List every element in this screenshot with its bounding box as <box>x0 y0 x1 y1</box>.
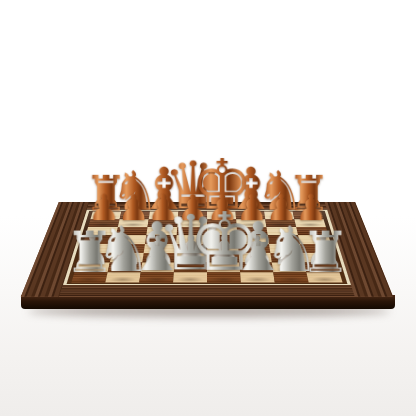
silver-rook-h1[interactable]: ♜ <box>300 226 351 280</box>
silver-rook-a1[interactable]: ♜ <box>64 226 115 280</box>
chess-board-grid: ♜♞♝♛♚♝♞♜♟♟♟♟♟♟♟♟♟♟♟♟♟♟♟♟♜♞♝♛♚♝♞♜ <box>71 212 342 283</box>
silver-king-e1[interactable]: ♚ <box>188 203 260 279</box>
board-side-face <box>21 295 395 309</box>
board-frame: ♜♞♝♛♚♝♞♜♟♟♟♟♟♟♟♟♟♟♟♟♟♟♟♟♜♞♝♛♚♝♞♜ <box>21 202 393 297</box>
playing-area: ♜♞♝♛♚♝♞♜♟♟♟♟♟♟♟♟♟♟♟♟♟♟♟♟♜♞♝♛♚♝♞♜ <box>63 210 351 285</box>
square-e1[interactable]: ♚ <box>207 272 241 282</box>
square-a1[interactable]: ♜ <box>71 272 107 282</box>
chess-set-photo: ♜♞♝♛♚♝♞♜♟♟♟♟♟♟♟♟♟♟♟♟♟♟♟♟♜♞♝♛♚♝♞♜ <box>0 0 416 416</box>
square-h1[interactable]: ♜ <box>306 272 342 282</box>
board-3d-wrapper: ♜♞♝♛♚♝♞♜♟♟♟♟♟♟♟♟♟♟♟♟♟♟♟♟♜♞♝♛♚♝♞♜ <box>21 202 393 297</box>
